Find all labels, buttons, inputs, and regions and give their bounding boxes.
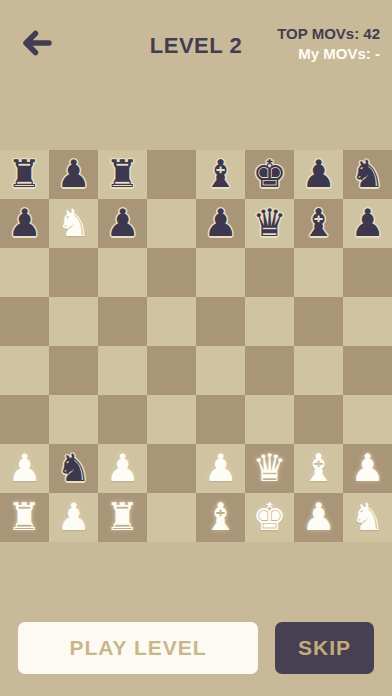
square-a6[interactable]: [0, 248, 49, 297]
piece-white-P[interactable]: ♟: [105, 444, 139, 493]
skip-button[interactable]: SKIP: [275, 622, 374, 674]
piece-white-B[interactable]: ♝: [203, 493, 237, 542]
piece-white-B[interactable]: ♝: [301, 444, 335, 493]
square-d3[interactable]: [147, 395, 196, 444]
square-h1[interactable]: ♞: [343, 493, 392, 542]
square-f1[interactable]: ♚: [245, 493, 294, 542]
piece-white-K[interactable]: ♚: [252, 493, 286, 542]
piece-black-N[interactable]: ♞: [56, 444, 90, 493]
piece-white-N[interactable]: ♞: [350, 493, 384, 542]
piece-black-B[interactable]: ♝: [301, 199, 335, 248]
square-c2[interactable]: ♟: [98, 444, 147, 493]
piece-black-R[interactable]: ♜: [7, 150, 41, 199]
square-b3[interactable]: [49, 395, 98, 444]
piece-white-R[interactable]: ♜: [105, 493, 139, 542]
square-d4[interactable]: [147, 346, 196, 395]
square-e4[interactable]: [196, 346, 245, 395]
footer: PLAY LEVEL SKIP: [0, 622, 392, 674]
square-b1[interactable]: ♟: [49, 493, 98, 542]
piece-black-B[interactable]: ♝: [203, 150, 237, 199]
square-h2[interactable]: ♟: [343, 444, 392, 493]
top-movs-label: TOP MOVs: 42: [277, 24, 380, 44]
piece-black-P[interactable]: ♟: [7, 199, 41, 248]
square-e7[interactable]: ♟: [196, 199, 245, 248]
square-a1[interactable]: ♜: [0, 493, 49, 542]
piece-black-P[interactable]: ♟: [56, 150, 90, 199]
my-movs-label: My MOVs: -: [277, 44, 380, 64]
square-f2[interactable]: ♛: [245, 444, 294, 493]
piece-white-P[interactable]: ♟: [350, 444, 384, 493]
square-c1[interactable]: ♜: [98, 493, 147, 542]
square-b7[interactable]: ♞: [49, 199, 98, 248]
square-e1[interactable]: ♝: [196, 493, 245, 542]
piece-white-Q[interactable]: ♛: [252, 444, 286, 493]
square-f8[interactable]: ♚: [245, 150, 294, 199]
square-h6[interactable]: [343, 248, 392, 297]
square-g7[interactable]: ♝: [294, 199, 343, 248]
header: LEVEL 2 TOP MOVs: 42 My MOVs: -: [0, 0, 392, 80]
square-h3[interactable]: [343, 395, 392, 444]
piece-white-P[interactable]: ♟: [203, 444, 237, 493]
square-e3[interactable]: [196, 395, 245, 444]
piece-black-Q[interactable]: ♛: [252, 199, 286, 248]
square-c7[interactable]: ♟: [98, 199, 147, 248]
square-f4[interactable]: [245, 346, 294, 395]
square-d2[interactable]: [147, 444, 196, 493]
chess-board: ♜♟♜♝♚♟♞♟♞♟♟♛♝♟♟♞♟♟♛♝♟♜♟♜♝♚♟♞: [0, 150, 392, 542]
square-g6[interactable]: [294, 248, 343, 297]
piece-white-N[interactable]: ♞: [56, 199, 90, 248]
square-h7[interactable]: ♟: [343, 199, 392, 248]
square-d8[interactable]: [147, 150, 196, 199]
moves-info: TOP MOVs: 42 My MOVs: -: [277, 24, 380, 64]
square-c8[interactable]: ♜: [98, 150, 147, 199]
square-h8[interactable]: ♞: [343, 150, 392, 199]
piece-black-N[interactable]: ♞: [350, 150, 384, 199]
square-g2[interactable]: ♝: [294, 444, 343, 493]
square-f7[interactable]: ♛: [245, 199, 294, 248]
square-a7[interactable]: ♟: [0, 199, 49, 248]
piece-white-R[interactable]: ♜: [7, 493, 41, 542]
square-d7[interactable]: [147, 199, 196, 248]
piece-white-P[interactable]: ♟: [7, 444, 41, 493]
piece-black-P[interactable]: ♟: [203, 199, 237, 248]
square-b2[interactable]: ♞: [49, 444, 98, 493]
square-g1[interactable]: ♟: [294, 493, 343, 542]
square-g8[interactable]: ♟: [294, 150, 343, 199]
square-b8[interactable]: ♟: [49, 150, 98, 199]
square-c3[interactable]: [98, 395, 147, 444]
square-a8[interactable]: ♜: [0, 150, 49, 199]
piece-black-K[interactable]: ♚: [252, 150, 286, 199]
square-e6[interactable]: [196, 248, 245, 297]
square-h4[interactable]: [343, 346, 392, 395]
square-g4[interactable]: [294, 346, 343, 395]
square-a3[interactable]: [0, 395, 49, 444]
square-d6[interactable]: [147, 248, 196, 297]
square-g3[interactable]: [294, 395, 343, 444]
square-e8[interactable]: ♝: [196, 150, 245, 199]
piece-black-P[interactable]: ♟: [301, 150, 335, 199]
square-d1[interactable]: [147, 493, 196, 542]
square-d5[interactable]: [147, 297, 196, 346]
square-h5[interactable]: [343, 297, 392, 346]
square-c5[interactable]: [98, 297, 147, 346]
square-a4[interactable]: [0, 346, 49, 395]
square-e2[interactable]: ♟: [196, 444, 245, 493]
piece-white-P[interactable]: ♟: [56, 493, 90, 542]
square-a2[interactable]: ♟: [0, 444, 49, 493]
piece-black-P[interactable]: ♟: [350, 199, 384, 248]
square-b4[interactable]: [49, 346, 98, 395]
square-a5[interactable]: [0, 297, 49, 346]
square-b5[interactable]: [49, 297, 98, 346]
piece-black-R[interactable]: ♜: [105, 150, 139, 199]
square-f5[interactable]: [245, 297, 294, 346]
app-screen: LEVEL 2 TOP MOVs: 42 My MOVs: - ♜♟♜♝♚♟♞♟…: [0, 0, 392, 696]
square-f3[interactable]: [245, 395, 294, 444]
play-level-button[interactable]: PLAY LEVEL: [18, 622, 258, 674]
square-c4[interactable]: [98, 346, 147, 395]
square-c6[interactable]: [98, 248, 147, 297]
square-e5[interactable]: [196, 297, 245, 346]
piece-black-P[interactable]: ♟: [105, 199, 139, 248]
piece-white-P[interactable]: ♟: [301, 493, 335, 542]
square-f6[interactable]: [245, 248, 294, 297]
square-b6[interactable]: [49, 248, 98, 297]
square-g5[interactable]: [294, 297, 343, 346]
